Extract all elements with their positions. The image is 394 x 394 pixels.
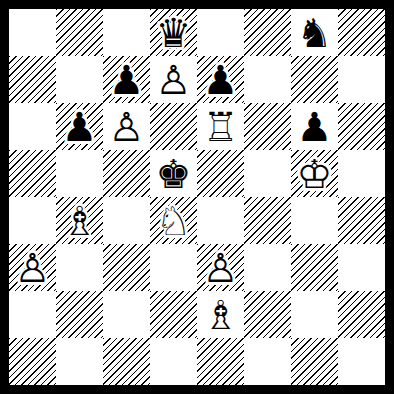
square-f5[interactable] — [244, 150, 291, 197]
square-c6[interactable]: ♟♙ — [103, 103, 150, 150]
black-knight-g8: ♞ — [291, 9, 338, 56]
white-pawn-a3: ♙ — [9, 244, 56, 291]
square-d6[interactable] — [150, 103, 197, 150]
square-b2[interactable] — [56, 291, 103, 338]
square-d5[interactable]: ♚♚ — [150, 150, 197, 197]
black-queen-d8: ♛ — [150, 9, 197, 56]
square-f6[interactable] — [244, 103, 291, 150]
square-h3[interactable] — [338, 244, 385, 291]
white-bishop-b4: ♗ — [56, 197, 103, 244]
square-c3[interactable] — [103, 244, 150, 291]
square-g1[interactable] — [291, 338, 338, 385]
white-pawn-c6: ♙ — [103, 103, 150, 150]
square-g8[interactable]: ♞♞ — [291, 9, 338, 56]
square-e6[interactable]: ♜♖ — [197, 103, 244, 150]
square-h2[interactable] — [338, 291, 385, 338]
chessboard-frame: ♛♛♞♞♟♟♟♙♟♟♟♟♟♙♜♖♟♟♚♚♚♔♝♗♞♘♟♙♟♙♝♗ — [0, 0, 394, 394]
square-c4[interactable] — [103, 197, 150, 244]
white-knight-d4: ♘ — [150, 197, 197, 244]
square-d7[interactable]: ♟♙ — [150, 56, 197, 103]
square-d8[interactable]: ♛♛ — [150, 9, 197, 56]
square-e1[interactable] — [197, 338, 244, 385]
white-king-g5: ♔ — [291, 150, 338, 197]
white-rook-e6: ♖ — [197, 103, 244, 150]
square-f4[interactable] — [244, 197, 291, 244]
square-e8[interactable] — [197, 9, 244, 56]
square-f8[interactable] — [244, 9, 291, 56]
square-g5[interactable]: ♚♔ — [291, 150, 338, 197]
square-g3[interactable] — [291, 244, 338, 291]
square-b5[interactable] — [56, 150, 103, 197]
square-c8[interactable] — [103, 9, 150, 56]
square-e5[interactable] — [197, 150, 244, 197]
square-b7[interactable] — [56, 56, 103, 103]
white-bishop-e2: ♗ — [197, 291, 244, 338]
square-h8[interactable] — [338, 9, 385, 56]
square-a7[interactable] — [9, 56, 56, 103]
white-pawn-e3: ♙ — [197, 244, 244, 291]
square-d2[interactable] — [150, 291, 197, 338]
square-d4[interactable]: ♞♘ — [150, 197, 197, 244]
square-f7[interactable] — [244, 56, 291, 103]
square-b3[interactable] — [56, 244, 103, 291]
square-a2[interactable] — [9, 291, 56, 338]
square-h4[interactable] — [338, 197, 385, 244]
square-g2[interactable] — [291, 291, 338, 338]
square-b4[interactable]: ♝♗ — [56, 197, 103, 244]
square-a4[interactable] — [9, 197, 56, 244]
square-e3[interactable]: ♟♙ — [197, 244, 244, 291]
square-h6[interactable] — [338, 103, 385, 150]
square-f1[interactable] — [244, 338, 291, 385]
chessboard: ♛♛♞♞♟♟♟♙♟♟♟♟♟♙♜♖♟♟♚♚♚♔♝♗♞♘♟♙♟♙♝♗ — [9, 9, 385, 385]
square-g4[interactable] — [291, 197, 338, 244]
black-pawn-c7: ♟ — [103, 56, 150, 103]
square-b6[interactable]: ♟♟ — [56, 103, 103, 150]
square-b1[interactable] — [56, 338, 103, 385]
black-pawn-e7: ♟ — [197, 56, 244, 103]
square-d1[interactable] — [150, 338, 197, 385]
square-g6[interactable]: ♟♟ — [291, 103, 338, 150]
square-f2[interactable] — [244, 291, 291, 338]
square-f3[interactable] — [244, 244, 291, 291]
square-h1[interactable] — [338, 338, 385, 385]
square-c7[interactable]: ♟♟ — [103, 56, 150, 103]
square-c2[interactable] — [103, 291, 150, 338]
square-c1[interactable] — [103, 338, 150, 385]
square-e2[interactable]: ♝♗ — [197, 291, 244, 338]
black-pawn-g6: ♟ — [291, 103, 338, 150]
square-e4[interactable] — [197, 197, 244, 244]
square-a1[interactable] — [9, 338, 56, 385]
square-a5[interactable] — [9, 150, 56, 197]
square-b8[interactable] — [56, 9, 103, 56]
black-king-d5: ♚ — [150, 150, 197, 197]
square-g7[interactable] — [291, 56, 338, 103]
square-d3[interactable] — [150, 244, 197, 291]
square-a3[interactable]: ♟♙ — [9, 244, 56, 291]
square-h7[interactable] — [338, 56, 385, 103]
square-h5[interactable] — [338, 150, 385, 197]
black-pawn-b6: ♟ — [56, 103, 103, 150]
square-a6[interactable] — [9, 103, 56, 150]
square-e7[interactable]: ♟♟ — [197, 56, 244, 103]
square-c5[interactable] — [103, 150, 150, 197]
square-a8[interactable] — [9, 9, 56, 56]
white-pawn-d7: ♙ — [150, 56, 197, 103]
